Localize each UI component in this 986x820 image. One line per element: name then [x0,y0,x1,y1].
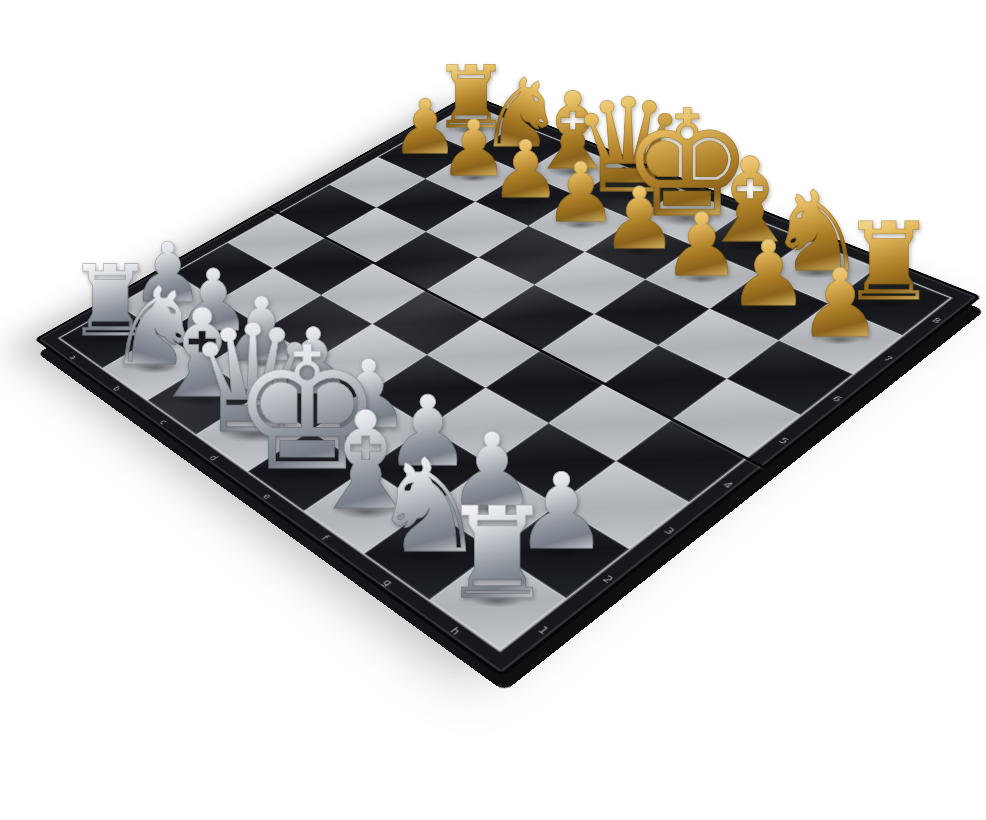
rank-label-7: 7 [881,355,894,363]
gold-pawn-g7[interactable]: ♟ [728,229,809,319]
chess-set-photo: abcdefgh 12345678 ♜♞♟♝♟♛♟♚♟♝♟♞♟♜♟♟♟♜♟♟♞♟… [0,0,986,820]
rank-label-4: 4 [721,480,735,489]
file-label-h: h [448,626,462,637]
rank-label-5: 5 [777,437,790,446]
rank-label-2: 2 [601,574,615,584]
rank-label-6: 6 [830,395,843,403]
silver-rook-h1[interactable]: ♜ [441,491,554,617]
gold-pawn-h7[interactable]: ♟ [798,257,882,351]
rank-label-3: 3 [662,526,676,536]
